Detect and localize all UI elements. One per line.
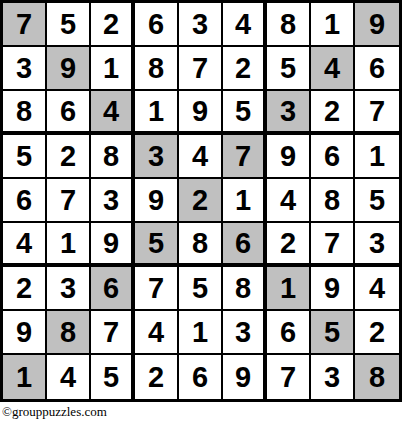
sudoku-cell-r4c7: 9 <box>267 135 311 179</box>
sudoku-cell-r3c3: 4 <box>91 91 135 135</box>
sudoku-cell-r5c3: 3 <box>91 179 135 223</box>
sudoku-cell-r9c7: 7 <box>267 355 311 399</box>
sudoku-cell-r3c2: 6 <box>47 91 91 135</box>
sudoku-cell-r9c8: 3 <box>311 355 355 399</box>
sudoku-cell-r9c4: 2 <box>135 355 179 399</box>
sudoku-cell-r6c8: 7 <box>311 223 355 267</box>
sudoku-cell-r7c3: 6 <box>91 267 135 311</box>
sudoku-cell-r8c6: 3 <box>223 311 267 355</box>
sudoku-cell-r5c2: 7 <box>47 179 91 223</box>
sudoku-board: 7526348193918725468641953275283479616739… <box>0 0 402 402</box>
sudoku-cell-r4c5: 4 <box>179 135 223 179</box>
sudoku-cell-r9c6: 9 <box>223 355 267 399</box>
sudoku-cell-r9c9: 8 <box>355 355 399 399</box>
sudoku-cell-r1c2: 5 <box>47 3 91 47</box>
sudoku-cell-r7c6: 8 <box>223 267 267 311</box>
sudoku-cell-r8c8: 5 <box>311 311 355 355</box>
sudoku-cell-r9c3: 5 <box>91 355 135 399</box>
sudoku-cell-r1c7: 8 <box>267 3 311 47</box>
sudoku-cell-r6c6: 6 <box>223 223 267 267</box>
sudoku-cell-r3c6: 5 <box>223 91 267 135</box>
sudoku-cell-r1c4: 6 <box>135 3 179 47</box>
sudoku-cell-r2c1: 3 <box>3 47 47 91</box>
sudoku-cell-r5c4: 9 <box>135 179 179 223</box>
sudoku-cell-r5c7: 4 <box>267 179 311 223</box>
sudoku-cell-r8c7: 6 <box>267 311 311 355</box>
sudoku-cell-r6c1: 4 <box>3 223 47 267</box>
sudoku-cell-r6c9: 3 <box>355 223 399 267</box>
sudoku-cell-r2c2: 9 <box>47 47 91 91</box>
sudoku-cell-r8c2: 8 <box>47 311 91 355</box>
sudoku-cell-r2c9: 6 <box>355 47 399 91</box>
sudoku-cell-r5c1: 6 <box>3 179 47 223</box>
sudoku-cell-r8c5: 1 <box>179 311 223 355</box>
sudoku-cell-r7c9: 4 <box>355 267 399 311</box>
sudoku-cell-r6c7: 2 <box>267 223 311 267</box>
sudoku-cell-r7c5: 5 <box>179 267 223 311</box>
sudoku-cell-r7c1: 2 <box>3 267 47 311</box>
sudoku-cell-r8c1: 9 <box>3 311 47 355</box>
sudoku-cell-r4c8: 6 <box>311 135 355 179</box>
sudoku-cell-r6c2: 1 <box>47 223 91 267</box>
sudoku-cell-r3c8: 2 <box>311 91 355 135</box>
sudoku-cell-r9c1: 1 <box>3 355 47 399</box>
sudoku-cell-r1c6: 4 <box>223 3 267 47</box>
sudoku-cell-r7c4: 7 <box>135 267 179 311</box>
sudoku-cell-r6c5: 8 <box>179 223 223 267</box>
sudoku-cell-r4c3: 8 <box>91 135 135 179</box>
sudoku-cell-r4c6: 7 <box>223 135 267 179</box>
sudoku-cell-r3c7: 3 <box>267 91 311 135</box>
sudoku-cell-r3c4: 1 <box>135 91 179 135</box>
sudoku-cell-r3c1: 8 <box>3 91 47 135</box>
sudoku-cell-r7c2: 3 <box>47 267 91 311</box>
sudoku-page: 7526348193918725468641953275283479616739… <box>0 0 402 424</box>
sudoku-cell-r1c8: 1 <box>311 3 355 47</box>
sudoku-cell-r7c8: 9 <box>311 267 355 311</box>
sudoku-cell-r2c7: 5 <box>267 47 311 91</box>
sudoku-cell-r1c9: 9 <box>355 3 399 47</box>
sudoku-cell-r2c8: 4 <box>311 47 355 91</box>
sudoku-cell-r2c4: 8 <box>135 47 179 91</box>
sudoku-cell-r2c3: 1 <box>91 47 135 91</box>
sudoku-cell-r5c9: 5 <box>355 179 399 223</box>
sudoku-cell-r6c4: 5 <box>135 223 179 267</box>
sudoku-cell-r8c9: 2 <box>355 311 399 355</box>
sudoku-cell-r6c3: 9 <box>91 223 135 267</box>
sudoku-cell-r3c9: 7 <box>355 91 399 135</box>
sudoku-cell-r1c3: 2 <box>91 3 135 47</box>
sudoku-cell-r7c7: 1 <box>267 267 311 311</box>
sudoku-cell-r8c4: 4 <box>135 311 179 355</box>
sudoku-cell-r3c5: 9 <box>179 91 223 135</box>
sudoku-cell-r1c1: 7 <box>3 3 47 47</box>
sudoku-cell-r4c2: 2 <box>47 135 91 179</box>
sudoku-cell-r4c4: 3 <box>135 135 179 179</box>
sudoku-cell-r5c6: 1 <box>223 179 267 223</box>
sudoku-cell-r2c6: 2 <box>223 47 267 91</box>
copyright-text: ©grouppuzzles.com <box>2 404 107 420</box>
sudoku-cell-r9c5: 6 <box>179 355 223 399</box>
sudoku-cell-r1c5: 3 <box>179 3 223 47</box>
sudoku-cell-r5c5: 2 <box>179 179 223 223</box>
sudoku-cell-r9c2: 4 <box>47 355 91 399</box>
sudoku-cell-r5c8: 8 <box>311 179 355 223</box>
sudoku-cell-r8c3: 7 <box>91 311 135 355</box>
sudoku-cell-r4c9: 1 <box>355 135 399 179</box>
sudoku-cell-r2c5: 7 <box>179 47 223 91</box>
sudoku-cell-r4c1: 5 <box>3 135 47 179</box>
